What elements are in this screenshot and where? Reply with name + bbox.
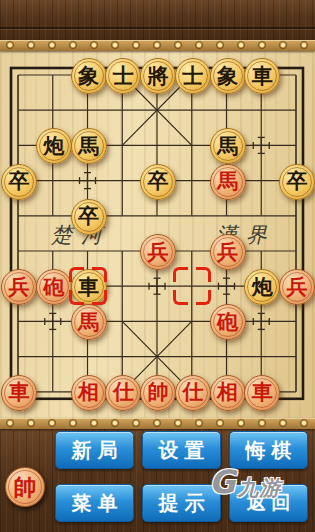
xiangqi-piece[interactable]: 車 bbox=[244, 375, 280, 411]
top-wood-bar bbox=[0, 0, 315, 41]
pieces-layer: 象士將士象車炮馬馬卒卒馬卒卒兵兵兵砲車炮兵馬砲車相仕帥仕相車 bbox=[0, 51, 315, 418]
xiangqi-piece[interactable]: 馬 bbox=[71, 128, 107, 164]
xiangqi-piece[interactable]: 卒 bbox=[71, 199, 107, 235]
xiangqi-piece[interactable]: 馬 bbox=[210, 128, 246, 164]
stud-strip-bottom bbox=[0, 418, 315, 429]
xiangqi-piece[interactable]: 馬 bbox=[71, 304, 107, 340]
xiangqi-piece[interactable]: 卒 bbox=[279, 164, 315, 200]
xiangqi-piece[interactable]: 兵 bbox=[140, 234, 176, 270]
stud-strip-top bbox=[0, 40, 315, 51]
hint-button[interactable]: 提示 bbox=[142, 484, 221, 522]
xiangqi-piece[interactable]: 兵 bbox=[279, 269, 315, 305]
xiangqi-piece[interactable]: 象 bbox=[210, 58, 246, 94]
xiangqi-piece[interactable]: 車 bbox=[244, 58, 280, 94]
back-button[interactable]: 返回 bbox=[229, 484, 308, 522]
move-highlight bbox=[173, 267, 211, 305]
turn-indicator-piece: 帥 bbox=[5, 467, 45, 507]
xiangqi-piece[interactable]: 帥 bbox=[140, 375, 176, 411]
xiangqi-piece[interactable]: 炮 bbox=[36, 128, 72, 164]
xiangqi-piece[interactable]: 將 bbox=[140, 58, 176, 94]
xiangqi-piece[interactable]: 車 bbox=[1, 375, 37, 411]
xiangqi-piece[interactable]: 仕 bbox=[105, 375, 141, 411]
xiangqi-piece[interactable]: 象 bbox=[71, 58, 107, 94]
xiangqi-piece[interactable]: 砲 bbox=[210, 304, 246, 340]
xiangqi-piece[interactable]: 兵 bbox=[1, 269, 37, 305]
xiangqi-piece[interactable]: 車 bbox=[71, 269, 107, 305]
xiangqi-piece[interactable]: 士 bbox=[175, 58, 211, 94]
xiangqi-piece[interactable]: 相 bbox=[210, 375, 246, 411]
xiangqi-piece[interactable]: 卒 bbox=[1, 164, 37, 200]
xiangqi-piece[interactable]: 砲 bbox=[36, 269, 72, 305]
xiangqi-piece[interactable]: 相 bbox=[71, 375, 107, 411]
menu-button[interactable]: 菜单 bbox=[55, 484, 134, 522]
new-game-button[interactable]: 新局 bbox=[55, 431, 134, 469]
xiangqi-piece[interactable]: 兵 bbox=[210, 234, 246, 270]
undo-button[interactable]: 悔棋 bbox=[229, 431, 308, 469]
xiangqi-app-screen: 楚河 漢界 象士將士象車炮馬馬卒卒馬卒卒兵兵兵砲車炮兵馬砲車相仕帥仕相車 帥 新… bbox=[0, 0, 315, 532]
xiangqi-piece[interactable]: 炮 bbox=[244, 269, 280, 305]
xiangqi-piece[interactable]: 馬 bbox=[210, 164, 246, 200]
xiangqi-piece[interactable]: 卒 bbox=[140, 164, 176, 200]
settings-button[interactable]: 设置 bbox=[142, 431, 221, 469]
xiangqi-board[interactable]: 楚河 漢界 象士將士象車炮馬馬卒卒馬卒卒兵兵兵砲車炮兵馬砲車相仕帥仕相車 bbox=[0, 51, 315, 418]
xiangqi-piece[interactable]: 仕 bbox=[175, 375, 211, 411]
xiangqi-piece[interactable]: 士 bbox=[105, 58, 141, 94]
wood-plank-seam bbox=[0, 27, 315, 29]
